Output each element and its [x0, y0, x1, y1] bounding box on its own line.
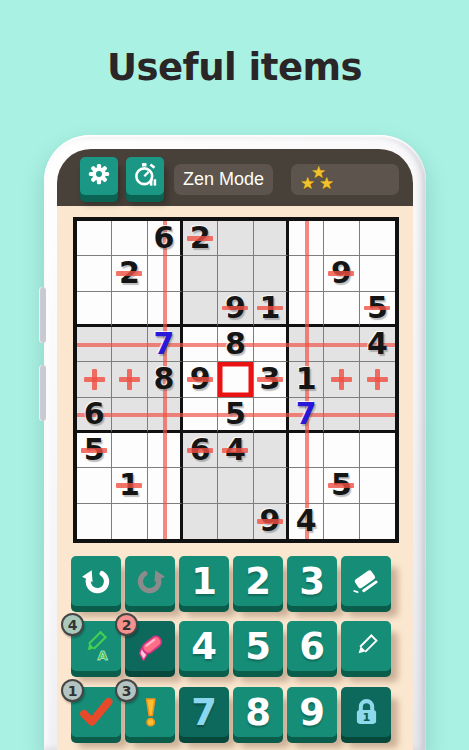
plus-mark	[84, 369, 105, 390]
cell-r5c6[interactable]: 3	[254, 362, 289, 397]
strike-mark	[257, 377, 283, 382]
strike-mark	[364, 306, 390, 311]
button-number: 7	[191, 694, 217, 731]
given-digit: 8	[225, 329, 246, 359]
toolbar-row-1: 123	[71, 556, 391, 606]
exclamation-icon	[133, 695, 168, 730]
cell-r5c4[interactable]: 9	[183, 362, 218, 397]
plus-mark	[367, 369, 388, 390]
stars-pill: ★★★	[291, 164, 399, 195]
undo-button[interactable]	[71, 556, 121, 606]
pencil-icon	[350, 630, 382, 662]
auto-pencil-icon: A	[79, 629, 114, 664]
lock-icon: 1	[349, 695, 384, 730]
cell-r5c7[interactable]: 1	[289, 362, 324, 397]
given-digit: 5	[225, 399, 246, 429]
mode-pill: Zen Mode	[174, 164, 273, 195]
cell-r1c3[interactable]: 6	[148, 221, 183, 256]
timer-button[interactable]	[126, 157, 164, 195]
cell-r9c8[interactable]	[324, 504, 359, 539]
button-number: 9	[299, 694, 325, 731]
given-digit: 8	[153, 364, 174, 394]
digit-3-button[interactable]: 3	[287, 556, 337, 606]
given-digit: 6	[153, 223, 174, 253]
user-digit: 7	[153, 329, 174, 359]
strike-mark	[257, 306, 283, 311]
cell-r3c4[interactable]	[183, 292, 218, 327]
cell-r9c2[interactable]	[112, 504, 147, 539]
digit-2-button[interactable]: 2	[233, 556, 283, 606]
cell-r1c9[interactable]	[360, 221, 395, 256]
notes-button[interactable]	[341, 621, 391, 671]
hint-button[interactable]: 3	[125, 687, 175, 737]
lock-button[interactable]: 1	[341, 687, 391, 737]
cell-r5c3[interactable]: 8	[148, 362, 183, 397]
page-title: Useful items	[0, 46, 469, 89]
star-icon: ★	[319, 175, 334, 192]
cell-r1c2[interactable]	[112, 221, 147, 256]
digit-7-button[interactable]: 7	[179, 687, 229, 737]
highlighter-button[interactable]: 2	[125, 621, 175, 671]
given-digit: 1	[296, 364, 317, 394]
toolbar-row-3: 1 3789 1	[71, 687, 391, 737]
cell-r9c5[interactable]	[218, 504, 253, 539]
cell-r9c1[interactable]	[77, 504, 112, 539]
cell-r2c6[interactable]	[254, 256, 289, 291]
count-badge: 2	[115, 613, 138, 636]
volume-up-button	[39, 287, 46, 343]
count-badge: 4	[61, 613, 84, 636]
checkmark-icon	[78, 694, 115, 731]
user-digit: 7	[296, 399, 317, 429]
cell-r5c9[interactable]	[360, 362, 395, 397]
cell-r7c2[interactable]	[112, 433, 147, 468]
gear-icon	[84, 159, 114, 193]
strike-mark	[328, 483, 354, 488]
digit-4-button[interactable]: 4	[179, 621, 229, 671]
toolbar-row-2: A4 2456	[71, 621, 391, 671]
cell-r8c9[interactable]	[360, 468, 395, 503]
count-badge: 1	[61, 679, 84, 702]
cell-r8c6[interactable]	[254, 468, 289, 503]
button-number: 8	[245, 694, 271, 731]
cell-r1c6[interactable]	[254, 221, 289, 256]
cell-r3c8[interactable]	[324, 292, 359, 327]
cell-r1c8[interactable]	[324, 221, 359, 256]
cell-r3c1[interactable]	[77, 292, 112, 327]
stars-cluster: ★★★	[298, 164, 344, 195]
strike-mark	[187, 377, 213, 382]
marker-icon	[133, 629, 168, 664]
strike-mark	[187, 448, 213, 453]
cell-r5c2[interactable]	[112, 362, 147, 397]
cell-r9c6[interactable]: 9	[254, 504, 289, 539]
digit-9-button[interactable]: 9	[287, 687, 337, 737]
cell-r1c1[interactable]	[77, 221, 112, 256]
top-bar: Zen Mode ★★★	[57, 149, 413, 206]
sudoku-board: 622991578489316575641594	[73, 217, 399, 543]
undo-icon	[79, 564, 114, 599]
volume-down-button	[39, 365, 46, 421]
svg-text:1: 1	[362, 709, 370, 723]
strike-mark	[257, 519, 283, 524]
cell-r5c1[interactable]	[77, 362, 112, 397]
strike-mark	[81, 448, 107, 453]
svg-text:A: A	[97, 647, 108, 662]
plus-mark	[119, 369, 140, 390]
given-digit: 4	[367, 329, 388, 359]
plus-mark	[331, 369, 352, 390]
cell-r1c4[interactable]: 2	[183, 221, 218, 256]
redo-button[interactable]	[125, 556, 175, 606]
eraser-icon	[350, 565, 383, 598]
phone-frame: Zen Mode ★★★ 622991578489316575641594 12…	[44, 135, 426, 750]
auto-notes-button[interactable]: A4	[71, 621, 121, 671]
button-number: 6	[299, 628, 325, 665]
strike-mark	[116, 271, 142, 276]
cell-r2c4[interactable]	[183, 256, 218, 291]
cell-r7c5[interactable]: 4	[218, 433, 253, 468]
digit-5-button[interactable]: 5	[233, 621, 283, 671]
cell-r7c9[interactable]	[360, 433, 395, 468]
cell-r3c5[interactable]: 9	[218, 292, 253, 327]
cell-r2c2[interactable]: 2	[112, 256, 147, 291]
cell-r3c2[interactable]	[112, 292, 147, 327]
cell-r7c6[interactable]	[254, 433, 289, 468]
strike-mark	[222, 448, 248, 453]
cell-r2c8[interactable]: 9	[324, 256, 359, 291]
cell-r5c8[interactable]	[324, 362, 359, 397]
stopwatch-icon	[130, 159, 160, 193]
button-number: 3	[299, 563, 325, 600]
settings-button[interactable]	[80, 157, 118, 195]
strike-mark	[328, 271, 354, 276]
cell-r8c2[interactable]: 1	[112, 468, 147, 503]
cell-r7c4[interactable]: 6	[183, 433, 218, 468]
given-digit: 4	[296, 506, 317, 536]
button-number: 1	[191, 563, 217, 600]
given-digit: 6	[84, 399, 105, 429]
cell-r7c1[interactable]: 5	[77, 433, 112, 468]
cell-r3c6[interactable]: 1	[254, 292, 289, 327]
cell-r2c5[interactable]	[218, 256, 253, 291]
cell-r8c1[interactable]	[77, 468, 112, 503]
cell-r8c8[interactable]: 5	[324, 468, 359, 503]
cell-r7c8[interactable]	[324, 433, 359, 468]
button-number: 2	[245, 563, 271, 600]
cell-r3c9[interactable]: 5	[360, 292, 395, 327]
cell-r8c4[interactable]	[183, 468, 218, 503]
cell-r9c7[interactable]: 4	[289, 504, 324, 539]
button-number: 4	[191, 628, 217, 665]
check-button[interactable]: 1	[71, 687, 121, 737]
mode-label: Zen Mode	[183, 169, 264, 190]
strike-mark	[222, 306, 248, 311]
digit-6-button[interactable]: 6	[287, 621, 337, 671]
stage: Useful items Zen Mode ★★★ 62299157848931…	[0, 0, 469, 750]
digit-8-button[interactable]: 8	[233, 687, 283, 737]
button-number: 5	[245, 628, 271, 665]
cell-r2c1[interactable]	[77, 256, 112, 291]
strike-mark	[187, 236, 213, 241]
app-screen: Zen Mode ★★★ 622991578489316575641594 12…	[57, 149, 413, 750]
cell-r1c5[interactable]	[218, 221, 253, 256]
redo-icon	[133, 564, 168, 599]
cell-r2c9[interactable]	[360, 256, 395, 291]
count-badge: 3	[115, 679, 138, 702]
cell-r9c9[interactable]	[360, 504, 395, 539]
cell-r9c4[interactable]	[183, 504, 218, 539]
digit-1-button[interactable]: 1	[179, 556, 229, 606]
cell-r5c5[interactable]	[218, 362, 253, 397]
eraser-button[interactable]	[341, 556, 391, 606]
star-icon: ★	[300, 175, 315, 192]
cell-r8c5[interactable]	[218, 468, 253, 503]
strike-mark	[116, 483, 142, 488]
